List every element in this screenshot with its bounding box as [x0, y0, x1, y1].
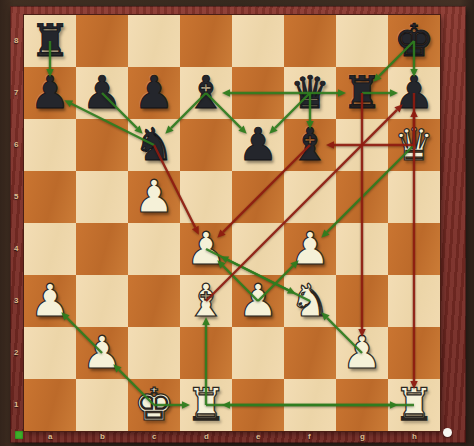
file-label-g: g: [360, 432, 365, 441]
file-label-f: f: [308, 432, 311, 441]
square-h5[interactable]: [388, 171, 440, 223]
square-a5[interactable]: [24, 171, 76, 223]
white-king-c1[interactable]: ♚: [128, 379, 180, 431]
square-e5[interactable]: [232, 171, 284, 223]
file-label-d: d: [204, 432, 209, 441]
black-knight-c6[interactable]: ♞: [128, 119, 180, 171]
square-g3[interactable]: [336, 275, 388, 327]
white-rook-d1[interactable]: ♜: [180, 379, 232, 431]
square-g8[interactable]: [336, 15, 388, 67]
black-pawn-b7[interactable]: ♟: [76, 67, 128, 119]
square-e4[interactable]: [232, 223, 284, 275]
square-g5[interactable]: [336, 171, 388, 223]
file-label-h: h: [412, 432, 417, 441]
white-pawn-a3[interactable]: ♟: [24, 275, 76, 327]
square-b5[interactable]: [76, 171, 128, 223]
square-e2[interactable]: [232, 327, 284, 379]
white-pawn-d4[interactable]: ♟: [180, 223, 232, 275]
corner-status-indicator: [15, 431, 23, 439]
white-to-move-indicator: [443, 428, 452, 437]
rank-label-1: 1: [14, 400, 18, 409]
square-c8[interactable]: [128, 15, 180, 67]
white-pawn-f4[interactable]: ♟: [284, 223, 336, 275]
square-c2[interactable]: [128, 327, 180, 379]
black-pawn-a7[interactable]: ♟: [24, 67, 76, 119]
black-rook-g7[interactable]: ♜: [336, 67, 388, 119]
black-pawn-h7[interactable]: ♟: [388, 67, 440, 119]
black-queen-f7[interactable]: ♛: [284, 67, 336, 119]
square-e7[interactable]: [232, 67, 284, 119]
square-g6[interactable]: [336, 119, 388, 171]
white-bishop-d3[interactable]: ♝: [180, 275, 232, 327]
square-h3[interactable]: [388, 275, 440, 327]
square-h2[interactable]: [388, 327, 440, 379]
file-label-b: b: [100, 432, 105, 441]
white-pawn-g2[interactable]: ♟: [336, 327, 388, 379]
square-f2[interactable]: [284, 327, 336, 379]
square-d2[interactable]: [180, 327, 232, 379]
white-pawn-e3[interactable]: ♟: [232, 275, 284, 327]
square-b4[interactable]: [76, 223, 128, 275]
square-a4[interactable]: [24, 223, 76, 275]
white-queen-h6[interactable]: ♛: [388, 119, 440, 171]
square-f8[interactable]: [284, 15, 336, 67]
square-a2[interactable]: [24, 327, 76, 379]
rank-label-8: 8: [14, 36, 18, 45]
black-bishop-f6[interactable]: ♝: [284, 119, 336, 171]
square-e1[interactable]: [232, 379, 284, 431]
square-b6[interactable]: [76, 119, 128, 171]
square-b1[interactable]: [76, 379, 128, 431]
white-pawn-b2[interactable]: ♟: [76, 327, 128, 379]
square-h4[interactable]: [388, 223, 440, 275]
black-rook-a8[interactable]: ♜: [24, 15, 76, 67]
square-b3[interactable]: [76, 275, 128, 327]
white-rook-h1[interactable]: ♜: [388, 379, 440, 431]
rank-label-2: 2: [14, 348, 18, 357]
file-label-a: a: [48, 432, 52, 441]
rank-label-5: 5: [14, 192, 18, 201]
file-label-e: e: [256, 432, 260, 441]
file-label-c: c: [152, 432, 156, 441]
square-a6[interactable]: [24, 119, 76, 171]
square-f5[interactable]: [284, 171, 336, 223]
square-d8[interactable]: [180, 15, 232, 67]
rank-label-7: 7: [14, 88, 18, 97]
white-knight-f3[interactable]: ♞: [284, 275, 336, 327]
square-f1[interactable]: [284, 379, 336, 431]
black-bishop-d7[interactable]: ♝: [180, 67, 232, 119]
square-b8[interactable]: [76, 15, 128, 67]
square-d5[interactable]: [180, 171, 232, 223]
square-d6[interactable]: [180, 119, 232, 171]
square-g1[interactable]: [336, 379, 388, 431]
white-pawn-c5[interactable]: ♟: [128, 171, 180, 223]
square-c4[interactable]: [128, 223, 180, 275]
black-king-h8[interactable]: ♚: [388, 15, 440, 67]
rank-label-4: 4: [14, 244, 18, 253]
rank-label-3: 3: [14, 296, 18, 305]
black-pawn-c7[interactable]: ♟: [128, 67, 180, 119]
square-c3[interactable]: [128, 275, 180, 327]
square-a1[interactable]: [24, 379, 76, 431]
square-e8[interactable]: [232, 15, 284, 67]
rank-label-6: 6: [14, 140, 18, 149]
black-pawn-e6[interactable]: ♟: [232, 119, 284, 171]
square-g4[interactable]: [336, 223, 388, 275]
